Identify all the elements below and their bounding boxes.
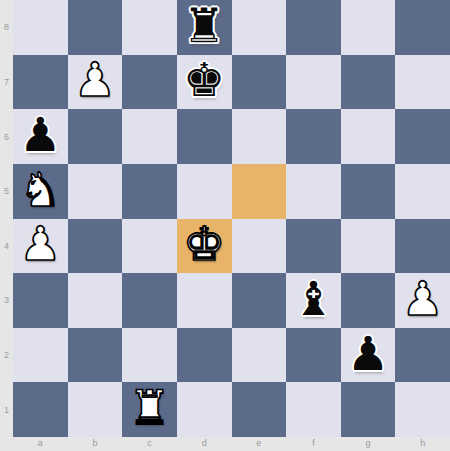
square-h2[interactable]: [395, 328, 450, 383]
square-d1[interactable]: [177, 382, 232, 437]
file-coordinates: abcdefgh: [0, 437, 450, 451]
file-label-f: f: [286, 437, 341, 451]
square-h3[interactable]: ♟: [395, 273, 450, 328]
piece-white-knight[interactable]: ♞: [19, 166, 61, 213]
square-g1[interactable]: [341, 382, 396, 437]
square-f2[interactable]: [286, 328, 341, 383]
square-e7[interactable]: [232, 55, 287, 110]
square-f4[interactable]: [286, 219, 341, 274]
square-b8[interactable]: [68, 0, 123, 55]
square-g5[interactable]: [341, 164, 396, 219]
square-c1[interactable]: ♜: [122, 382, 177, 437]
square-h4[interactable]: [395, 219, 450, 274]
file-label-c: c: [122, 437, 177, 451]
chess-board-widget: ♜♟♚♟♞♟♚♝♟♟♜ 87654321 abcdefgh: [0, 0, 450, 451]
piece-white-pawn[interactable]: ♟: [19, 220, 61, 267]
square-d5[interactable]: [177, 164, 232, 219]
square-b7[interactable]: ♟: [68, 55, 123, 110]
square-b3[interactable]: [68, 273, 123, 328]
rank-label-1: 1: [0, 382, 13, 437]
square-f8[interactable]: [286, 0, 341, 55]
rank-label-4: 4: [0, 219, 13, 274]
square-h8[interactable]: [395, 0, 450, 55]
chess-board: ♜♟♚♟♞♟♚♝♟♟♜: [13, 0, 450, 437]
square-a5[interactable]: ♞: [13, 164, 68, 219]
square-e4[interactable]: [232, 219, 287, 274]
square-e6[interactable]: [232, 109, 287, 164]
square-g2[interactable]: ♟: [341, 328, 396, 383]
square-a2[interactable]: [13, 328, 68, 383]
square-f1[interactable]: [286, 382, 341, 437]
square-d3[interactable]: [177, 273, 232, 328]
piece-black-rook[interactable]: ♜: [183, 2, 225, 49]
rank-label-6: 6: [0, 109, 13, 164]
square-d2[interactable]: [177, 328, 232, 383]
piece-white-rook[interactable]: ♜: [128, 384, 170, 431]
square-d7[interactable]: ♚: [177, 55, 232, 110]
piece-black-pawn[interactable]: ♟: [19, 111, 61, 158]
rank-label-7: 7: [0, 55, 13, 110]
square-e3[interactable]: [232, 273, 287, 328]
square-e8[interactable]: [232, 0, 287, 55]
square-b6[interactable]: [68, 109, 123, 164]
square-c4[interactable]: [122, 219, 177, 274]
square-h5[interactable]: [395, 164, 450, 219]
square-g3[interactable]: [341, 273, 396, 328]
square-e1[interactable]: [232, 382, 287, 437]
square-a4[interactable]: ♟: [13, 219, 68, 274]
square-h6[interactable]: [395, 109, 450, 164]
rank-label-3: 3: [0, 273, 13, 328]
square-g7[interactable]: [341, 55, 396, 110]
file-label-d: d: [177, 437, 232, 451]
square-a7[interactable]: [13, 55, 68, 110]
square-a6[interactable]: ♟: [13, 109, 68, 164]
square-a3[interactable]: [13, 273, 68, 328]
square-h1[interactable]: [395, 382, 450, 437]
file-label-e: e: [232, 437, 287, 451]
square-b4[interactable]: [68, 219, 123, 274]
square-c2[interactable]: [122, 328, 177, 383]
square-b1[interactable]: [68, 382, 123, 437]
piece-white-pawn[interactable]: ♟: [74, 56, 116, 103]
file-label-g: g: [341, 437, 396, 451]
piece-black-bishop[interactable]: ♝: [292, 275, 334, 322]
square-f6[interactable]: [286, 109, 341, 164]
square-g4[interactable]: [341, 219, 396, 274]
square-e2[interactable]: [232, 328, 287, 383]
square-c7[interactable]: [122, 55, 177, 110]
piece-black-pawn[interactable]: ♟: [347, 330, 389, 377]
piece-black-king[interactable]: ♚: [183, 56, 225, 103]
square-d6[interactable]: [177, 109, 232, 164]
square-d8[interactable]: ♜: [177, 0, 232, 55]
square-c5[interactable]: [122, 164, 177, 219]
square-b2[interactable]: [68, 328, 123, 383]
piece-white-pawn[interactable]: ♟: [402, 275, 444, 322]
square-f3[interactable]: ♝: [286, 273, 341, 328]
rank-label-8: 8: [0, 0, 13, 55]
square-a1[interactable]: [13, 382, 68, 437]
square-c6[interactable]: [122, 109, 177, 164]
rank-label-2: 2: [0, 328, 13, 383]
square-c3[interactable]: [122, 273, 177, 328]
file-label-b: b: [68, 437, 123, 451]
rank-coordinates: 87654321: [0, 0, 13, 437]
square-b5[interactable]: [68, 164, 123, 219]
square-c8[interactable]: [122, 0, 177, 55]
square-e5[interactable]: [232, 164, 287, 219]
square-a8[interactable]: [13, 0, 68, 55]
square-f5[interactable]: [286, 164, 341, 219]
square-h7[interactable]: [395, 55, 450, 110]
rank-label-5: 5: [0, 164, 13, 219]
file-label-h: h: [395, 437, 450, 451]
piece-white-king[interactable]: ♚: [183, 220, 225, 267]
file-label-a: a: [13, 437, 68, 451]
square-g6[interactable]: [341, 109, 396, 164]
square-f7[interactable]: [286, 55, 341, 110]
square-g8[interactable]: [341, 0, 396, 55]
square-d4[interactable]: ♚: [177, 219, 232, 274]
